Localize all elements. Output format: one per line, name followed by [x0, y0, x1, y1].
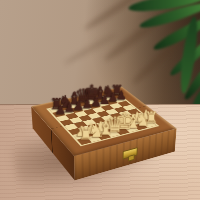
square-h1: ♜ — [142, 121, 156, 128]
chess-set-photo: ♜♞♝♛♚♝♞♜♟♟♟♟♟♟♟♟♟♟♟♟♟♟♟♟♜♞♝♛♚♝♞♜ — [0, 0, 200, 200]
fold-seam-line — [51, 129, 53, 153]
black-rook: ♜ — [106, 84, 128, 98]
chess-set: ♜♞♝♛♚♝♞♜♟♟♟♟♟♟♟♟♟♟♟♟♟♟♟♟♜♞♝♛♚♝♞♜ — [47, 63, 155, 171]
square-b6 — [65, 113, 78, 119]
folding-chess-board: ♜♞♝♛♚♝♞♜♟♟♟♟♟♟♟♟♟♟♟♟♟♟♟♟♜♞♝♛♚♝♞♜ — [31, 87, 176, 156]
latch-catch-icon — [128, 154, 135, 161]
brass-latch-icon — [123, 147, 138, 159]
